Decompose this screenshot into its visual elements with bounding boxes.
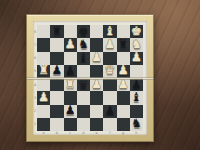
piece-black-rook-g7[interactable]: ♜ — [118, 38, 129, 50]
square-a5[interactable]: ♜ — [37, 65, 50, 78]
piece-black-pawn-f2[interactable]: ♟ — [104, 104, 115, 116]
square-g3[interactable] — [117, 91, 130, 104]
square-b8[interactable]: ♜ — [50, 25, 63, 38]
square-a3[interactable]: ♟ — [37, 91, 50, 104]
piece-black-rook-b8[interactable]: ♜ — [51, 25, 62, 37]
square-b7[interactable] — [50, 38, 63, 51]
file-label-a: a — [37, 131, 50, 135]
piece-white-king-h8[interactable]: ♚ — [131, 25, 142, 37]
square-b1[interactable] — [50, 118, 63, 131]
rank-label-8: 8 — [33, 25, 37, 38]
piece-white-pawn-a3[interactable]: ♟ — [38, 91, 49, 103]
square-e1[interactable] — [90, 118, 103, 131]
square-c2[interactable]: ♟ — [64, 105, 77, 118]
piece-black-knight-d7[interactable]: ♞ — [78, 38, 89, 50]
square-d1[interactable] — [77, 118, 90, 131]
rank-label-3: 3 — [33, 91, 37, 104]
square-f2[interactable]: ♟ — [103, 105, 116, 118]
square-f1[interactable] — [103, 118, 116, 131]
square-a7[interactable] — [37, 38, 50, 51]
file-label-d: d — [77, 131, 90, 135]
square-g1[interactable] — [117, 118, 130, 131]
board-hinge — [27, 77, 153, 80]
file-label-c: c — [64, 131, 77, 135]
piece-white-knight-h7[interactable]: ♞ — [131, 38, 142, 50]
square-c1[interactable] — [64, 118, 77, 131]
square-d2[interactable] — [77, 105, 90, 118]
chess-board: ♜♚♝♚♟♞♟♜♞♝♟♟♜♟♟♛♟♜♛♟♟♟♟♝♟♟♞ abcdefgh 876… — [26, 14, 154, 142]
file-label-f: f — [103, 131, 116, 135]
piece-white-queen-f5[interactable]: ♛ — [104, 64, 115, 76]
square-a1[interactable] — [37, 118, 50, 131]
square-e6[interactable]: ♟ — [90, 52, 103, 65]
piece-white-pawn-e6[interactable]: ♟ — [91, 51, 102, 63]
file-labels: abcdefgh — [37, 131, 143, 135]
square-b2[interactable] — [50, 105, 63, 118]
file-label-g: g — [117, 131, 130, 135]
file-label-e: e — [90, 131, 103, 135]
piece-white-pawn-g5[interactable]: ♟ — [118, 64, 129, 76]
piece-black-king-d8[interactable]: ♚ — [78, 25, 89, 37]
piece-black-pawn-c5[interactable]: ♟ — [65, 64, 76, 76]
square-e3[interactable] — [90, 91, 103, 104]
square-b3[interactable] — [50, 91, 63, 104]
piece-black-bishop-d6[interactable]: ♝ — [78, 51, 89, 63]
square-e8[interactable] — [90, 25, 103, 38]
piece-white-pawn-h6[interactable]: ♟ — [131, 51, 142, 63]
square-b5[interactable]: ♟ — [50, 65, 63, 78]
piece-black-pawn-b5[interactable]: ♟ — [51, 64, 62, 76]
rank-label-2: 2 — [33, 105, 37, 118]
piece-white-bishop-f8[interactable]: ♝ — [104, 25, 115, 37]
square-c7[interactable]: ♟ — [64, 38, 77, 51]
square-g7[interactable]: ♜ — [117, 38, 130, 51]
square-d6[interactable]: ♝ — [77, 52, 90, 65]
piece-white-pawn-f7[interactable]: ♟ — [104, 38, 115, 50]
piece-white-rook-a5[interactable]: ♜ — [38, 64, 49, 76]
square-d3[interactable] — [77, 91, 90, 104]
file-label-b: b — [50, 131, 63, 135]
square-e2[interactable] — [90, 105, 103, 118]
rank-label-6: 6 — [33, 52, 37, 65]
square-f7[interactable]: ♟ — [103, 38, 116, 51]
piece-black-pawn-c2[interactable]: ♟ — [65, 104, 76, 116]
file-label-h: h — [130, 131, 143, 135]
square-g2[interactable] — [117, 105, 130, 118]
square-a8[interactable] — [37, 25, 50, 38]
rank-label-5: 5 — [33, 65, 37, 78]
square-a2[interactable] — [37, 105, 50, 118]
square-h1[interactable]: ♞ — [130, 118, 143, 131]
square-f5[interactable]: ♛ — [103, 65, 116, 78]
square-h3[interactable]: ♝ — [130, 91, 143, 104]
table-surface: ♜♚♝♚♟♞♟♜♞♝♟♟♜♟♟♛♟♜♛♟♟♟♟♝♟♟♞ abcdefgh 876… — [0, 0, 200, 150]
rank-label-1: 1 — [33, 118, 37, 131]
rank-label-7: 7 — [33, 38, 37, 51]
piece-black-bishop-h3[interactable]: ♝ — [131, 91, 142, 103]
piece-white-pawn-c7[interactable]: ♟ — [65, 38, 76, 50]
piece-black-knight-h1[interactable]: ♞ — [131, 117, 142, 129]
square-h6[interactable]: ♟ — [130, 52, 143, 65]
